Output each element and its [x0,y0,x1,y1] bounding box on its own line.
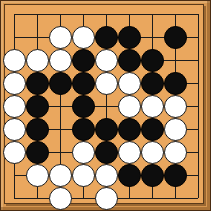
stone-white-r8c2[interactable] [26,164,49,187]
stone-black-r6c6[interactable] [118,118,141,141]
stone-black-r6c2[interactable] [26,118,49,141]
stone-white-r3c3[interactable] [49,49,72,72]
stone-black-r6c4[interactable] [72,118,95,141]
stone-black-r3c6[interactable] [118,49,141,72]
stone-white-r9c5[interactable] [95,187,118,210]
stone-white-r7c1[interactable] [3,141,26,164]
stone-white-r3c2[interactable] [26,49,49,72]
stone-black-r4c3[interactable] [49,72,72,95]
go-diagram [0,0,211,211]
stone-white-r4c1[interactable] [3,72,26,95]
stone-black-r2c5[interactable] [95,26,118,49]
stone-white-r7c8[interactable] [164,141,187,164]
stone-black-r3c4[interactable] [72,49,95,72]
stone-white-r5c1[interactable] [3,95,26,118]
stone-white-r8c4[interactable] [72,164,95,187]
stone-white-r8c5[interactable] [95,164,118,187]
stone-white-r3c1[interactable] [3,49,26,72]
stone-black-r8c6[interactable] [118,164,141,187]
stone-black-r8c7[interactable] [141,164,164,187]
stone-black-r4c2[interactable] [26,72,49,95]
stone-white-r2c4[interactable] [72,26,95,49]
grid-line-v-9 [198,14,199,198]
stone-white-r4c5[interactable] [95,72,118,95]
stone-black-r7c2[interactable] [26,141,49,164]
stone-white-r5c7[interactable] [141,95,164,118]
stone-white-r8c3[interactable] [49,164,72,187]
stone-white-r4c6[interactable] [118,72,141,95]
stone-white-r2c3[interactable] [49,26,72,49]
stone-white-r5c8[interactable] [164,95,187,118]
stone-white-r3c5[interactable] [95,49,118,72]
stone-white-r6c8[interactable] [164,118,187,141]
stone-white-r7c7[interactable] [141,141,164,164]
stone-black-r5c2[interactable] [26,95,49,118]
stone-black-r4c4[interactable] [72,72,95,95]
stone-white-r6c1[interactable] [3,118,26,141]
stone-white-r7c6[interactable] [118,141,141,164]
stone-black-r3c7[interactable] [141,49,164,72]
go-board[interactable] [4,4,204,204]
stone-black-r2c8[interactable] [164,26,187,49]
stone-white-r9c3[interactable] [49,187,72,210]
stone-black-r6c7[interactable] [141,118,164,141]
stone-black-r4c7[interactable] [141,72,164,95]
stone-black-r4c8[interactable] [164,72,187,95]
stone-black-r7c5[interactable] [95,141,118,164]
stone-white-r7c4[interactable] [72,141,95,164]
stone-black-r8c8[interactable] [164,164,187,187]
stone-white-r5c6[interactable] [118,95,141,118]
stone-black-r6c5[interactable] [95,118,118,141]
stone-black-r5c4[interactable] [72,95,95,118]
stone-black-r2c6[interactable] [118,26,141,49]
